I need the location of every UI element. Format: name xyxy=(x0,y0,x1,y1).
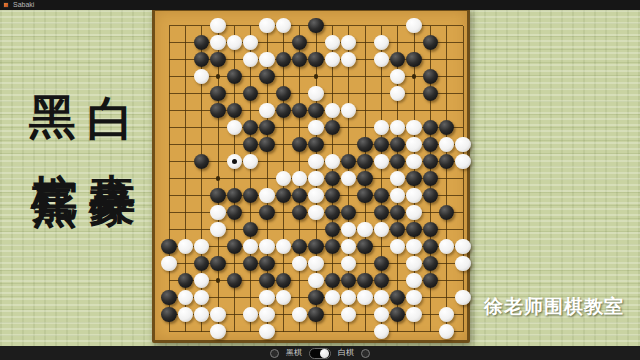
black-stone[interactable] xyxy=(276,103,292,119)
white-stone[interactable] xyxy=(374,290,390,306)
black-stone[interactable] xyxy=(374,137,390,153)
black-stone[interactable] xyxy=(390,137,406,153)
black-stone[interactable] xyxy=(161,290,177,306)
black-stone[interactable] xyxy=(308,239,324,255)
black-stone[interactable] xyxy=(292,137,308,153)
black-stone[interactable] xyxy=(308,52,324,68)
black-stone[interactable] xyxy=(194,154,210,170)
black-stone[interactable] xyxy=(161,239,177,255)
white-stone[interactable] xyxy=(406,290,422,306)
black-stone[interactable] xyxy=(406,52,422,68)
black-stone[interactable] xyxy=(423,154,439,170)
white-stone[interactable] xyxy=(292,307,308,323)
white-stone[interactable] xyxy=(178,239,194,255)
white-stone[interactable] xyxy=(243,35,259,51)
white-stone[interactable] xyxy=(259,290,275,306)
black-stone[interactable] xyxy=(227,205,243,221)
white-stone[interactable] xyxy=(406,154,422,170)
black-stone[interactable] xyxy=(357,171,373,187)
white-player-name: 辜梓豪 xyxy=(81,136,143,148)
watermark-text: 徐老师围棋教室 xyxy=(484,294,624,320)
white-stone[interactable] xyxy=(390,86,406,102)
white-stone[interactable] xyxy=(406,18,422,34)
black-stone[interactable] xyxy=(292,35,308,51)
white-stone[interactable] xyxy=(325,52,341,68)
bottom-toolbar: 黑棋 白棋 xyxy=(0,346,640,360)
black-stone[interactable] xyxy=(210,188,226,204)
white-stone[interactable] xyxy=(406,137,422,153)
black-stone[interactable] xyxy=(341,154,357,170)
white-stone[interactable] xyxy=(325,154,341,170)
black-stone[interactable] xyxy=(423,188,439,204)
black-stone[interactable] xyxy=(423,137,439,153)
last-move-marker-icon xyxy=(232,159,237,164)
white-stone[interactable] xyxy=(308,188,324,204)
app-title: Sabaki xyxy=(13,0,34,10)
next-move-icon[interactable] xyxy=(361,349,370,358)
black-stone[interactable] xyxy=(423,256,439,272)
toggle-knob-icon xyxy=(320,349,329,358)
black-stone[interactable] xyxy=(374,205,390,221)
white-stone[interactable] xyxy=(210,18,226,34)
white-stone[interactable] xyxy=(308,86,324,102)
white-stone[interactable] xyxy=(243,154,259,170)
white-stone[interactable] xyxy=(194,307,210,323)
white-stone[interactable] xyxy=(374,324,390,340)
black-stone[interactable] xyxy=(390,307,406,323)
grid-line-vertical xyxy=(463,26,464,332)
black-stone[interactable] xyxy=(276,273,292,289)
black-stone[interactable] xyxy=(325,171,341,187)
white-stone[interactable] xyxy=(406,256,422,272)
black-stone[interactable] xyxy=(325,273,341,289)
go-board[interactable] xyxy=(152,8,470,343)
black-stone[interactable] xyxy=(390,222,406,238)
black-stone[interactable] xyxy=(357,188,373,204)
white-stone[interactable] xyxy=(227,35,243,51)
white-stone[interactable] xyxy=(308,120,324,136)
white-stone[interactable] xyxy=(194,290,210,306)
white-player-label: 白 xyxy=(80,58,143,62)
white-stone[interactable] xyxy=(390,120,406,136)
white-stone[interactable] xyxy=(390,69,406,85)
white-stone[interactable] xyxy=(439,324,455,340)
black-stone[interactable] xyxy=(390,154,406,170)
black-player-name: 柁嘉熹 xyxy=(23,136,85,148)
black-stone[interactable] xyxy=(374,256,390,272)
white-stone[interactable] xyxy=(194,69,210,85)
white-stone[interactable] xyxy=(455,256,471,272)
white-stone[interactable] xyxy=(357,222,373,238)
black-stone[interactable] xyxy=(243,188,259,204)
white-stone[interactable] xyxy=(439,239,455,255)
black-stone[interactable] xyxy=(210,86,226,102)
black-stone[interactable] xyxy=(423,86,439,102)
black-stone[interactable] xyxy=(325,205,341,221)
white-stone[interactable] xyxy=(308,273,324,289)
black-stone[interactable] xyxy=(390,205,406,221)
hoshi-point xyxy=(216,74,221,79)
black-stone[interactable] xyxy=(374,273,390,289)
white-stone[interactable] xyxy=(374,154,390,170)
black-stone[interactable] xyxy=(243,86,259,102)
white-stone[interactable] xyxy=(406,239,422,255)
white-stone[interactable] xyxy=(455,290,471,306)
white-stone[interactable] xyxy=(210,205,226,221)
white-stone[interactable] xyxy=(406,120,422,136)
black-stone[interactable] xyxy=(423,273,439,289)
white-stone[interactable] xyxy=(390,239,406,255)
white-stone[interactable] xyxy=(210,35,226,51)
app-icon xyxy=(3,2,9,8)
black-stone[interactable] xyxy=(210,256,226,272)
white-stone[interactable] xyxy=(292,256,308,272)
white-stone[interactable] xyxy=(276,18,292,34)
black-stone[interactable] xyxy=(390,52,406,68)
black-stone[interactable] xyxy=(227,103,243,119)
black-stone[interactable] xyxy=(357,273,373,289)
hoshi-point xyxy=(216,278,221,283)
black-stone[interactable] xyxy=(439,154,455,170)
white-stone[interactable] xyxy=(308,256,324,272)
hoshi-point xyxy=(412,74,417,79)
black-stone[interactable] xyxy=(423,171,439,187)
black-stone[interactable] xyxy=(406,171,422,187)
white-stone[interactable] xyxy=(390,171,406,187)
white-stone[interactable] xyxy=(276,290,292,306)
hoshi-point xyxy=(314,74,319,79)
white-stone[interactable] xyxy=(161,256,177,272)
black-stone[interactable] xyxy=(210,103,226,119)
white-stone[interactable] xyxy=(194,273,210,289)
black-stone[interactable] xyxy=(243,222,259,238)
white-stone[interactable] xyxy=(308,154,324,170)
white-stone[interactable] xyxy=(259,18,275,34)
white-stone[interactable] xyxy=(243,52,259,68)
white-stone[interactable] xyxy=(374,222,390,238)
black-stone[interactable] xyxy=(357,154,373,170)
black-stone[interactable] xyxy=(194,52,210,68)
black-stone[interactable] xyxy=(194,256,210,272)
black-stone[interactable] xyxy=(276,86,292,102)
black-stone[interactable] xyxy=(423,120,439,136)
white-stone[interactable] xyxy=(455,154,471,170)
white-stone[interactable] xyxy=(325,35,341,51)
black-stone[interactable] xyxy=(308,18,324,34)
white-stone[interactable] xyxy=(374,120,390,136)
white-stone[interactable] xyxy=(357,290,373,306)
black-stone[interactable] xyxy=(357,239,373,255)
black-stone[interactable] xyxy=(259,120,275,136)
black-stone[interactable] xyxy=(243,137,259,153)
prev-move-icon[interactable] xyxy=(270,349,279,358)
white-stone[interactable] xyxy=(259,239,275,255)
black-stone[interactable] xyxy=(308,290,324,306)
white-stone[interactable] xyxy=(341,239,357,255)
grid-line-vertical xyxy=(446,26,447,332)
white-stone[interactable] xyxy=(325,290,341,306)
black-stone[interactable] xyxy=(390,290,406,306)
black-stone[interactable] xyxy=(276,52,292,68)
white-stone[interactable] xyxy=(455,239,471,255)
white-stone[interactable] xyxy=(406,273,422,289)
hoshi-point xyxy=(216,176,221,181)
black-stone[interactable] xyxy=(357,137,373,153)
black-stone[interactable] xyxy=(374,188,390,204)
black-stone[interactable] xyxy=(325,239,341,255)
white-stone[interactable] xyxy=(259,307,275,323)
black-stone[interactable] xyxy=(341,273,357,289)
black-stone[interactable] xyxy=(243,256,259,272)
turn-toggle[interactable] xyxy=(309,348,331,359)
black-stone[interactable] xyxy=(161,307,177,323)
black-stone[interactable] xyxy=(227,188,243,204)
black-stone[interactable] xyxy=(423,239,439,255)
white-stone[interactable] xyxy=(374,52,390,68)
black-stone[interactable] xyxy=(227,273,243,289)
white-stone[interactable] xyxy=(243,239,259,255)
title-bar[interactable]: Sabaki xyxy=(0,0,640,10)
white-stone[interactable] xyxy=(390,188,406,204)
white-stone[interactable] xyxy=(439,307,455,323)
black-stone[interactable] xyxy=(325,120,341,136)
black-stone[interactable] xyxy=(308,137,324,153)
black-stone[interactable] xyxy=(308,307,324,323)
black-stone[interactable] xyxy=(439,205,455,221)
black-stone[interactable] xyxy=(423,69,439,85)
white-stone[interactable] xyxy=(194,239,210,255)
white-stone[interactable] xyxy=(210,222,226,238)
black-stone[interactable] xyxy=(423,222,439,238)
black-stone[interactable] xyxy=(325,222,341,238)
white-stone[interactable] xyxy=(308,171,324,187)
black-stone[interactable] xyxy=(194,35,210,51)
white-stone[interactable] xyxy=(374,307,390,323)
white-stone[interactable] xyxy=(341,222,357,238)
black-stone[interactable] xyxy=(259,256,275,272)
black-stone[interactable] xyxy=(227,69,243,85)
black-stone[interactable] xyxy=(178,273,194,289)
black-stone[interactable] xyxy=(292,239,308,255)
black-stone[interactable] xyxy=(292,103,308,119)
black-stone[interactable] xyxy=(423,35,439,51)
white-stone[interactable] xyxy=(243,307,259,323)
white-stone[interactable] xyxy=(341,52,357,68)
white-stone[interactable] xyxy=(259,103,275,119)
white-stone[interactable] xyxy=(341,290,357,306)
white-stone[interactable] xyxy=(341,256,357,272)
white-stone[interactable] xyxy=(406,307,422,323)
black-stone[interactable] xyxy=(259,137,275,153)
black-capture-label: 黑棋 xyxy=(286,346,302,360)
black-stone[interactable] xyxy=(439,120,455,136)
white-stone[interactable] xyxy=(210,307,226,323)
black-player-label: 黑 xyxy=(22,58,85,62)
white-stone[interactable] xyxy=(210,324,226,340)
white-stone[interactable] xyxy=(178,290,194,306)
black-stone[interactable] xyxy=(292,205,308,221)
white-stone[interactable] xyxy=(406,205,422,221)
black-stone[interactable] xyxy=(210,52,226,68)
black-stone[interactable] xyxy=(259,69,275,85)
black-stone[interactable] xyxy=(308,103,324,119)
white-stone[interactable] xyxy=(341,103,357,119)
white-stone[interactable] xyxy=(374,35,390,51)
white-stone[interactable] xyxy=(178,307,194,323)
black-stone[interactable] xyxy=(243,120,259,136)
white-stone[interactable] xyxy=(341,171,357,187)
black-stone[interactable] xyxy=(341,205,357,221)
white-stone[interactable] xyxy=(259,324,275,340)
black-stone[interactable] xyxy=(259,273,275,289)
white-stone[interactable] xyxy=(406,188,422,204)
white-stone[interactable] xyxy=(292,171,308,187)
white-stone[interactable] xyxy=(276,239,292,255)
black-stone[interactable] xyxy=(292,188,308,204)
white-stone[interactable] xyxy=(276,171,292,187)
white-stone[interactable] xyxy=(341,35,357,51)
black-stone[interactable] xyxy=(406,222,422,238)
white-stone[interactable] xyxy=(439,137,455,153)
white-stone[interactable] xyxy=(308,205,324,221)
white-capture-label: 白棋 xyxy=(338,346,354,360)
white-stone[interactable] xyxy=(325,103,341,119)
black-stone[interactable] xyxy=(276,188,292,204)
white-stone[interactable] xyxy=(227,120,243,136)
white-stone[interactable] xyxy=(455,137,471,153)
white-stone[interactable] xyxy=(259,52,275,68)
white-stone[interactable] xyxy=(227,154,243,170)
black-stone[interactable] xyxy=(227,239,243,255)
black-stone[interactable] xyxy=(292,52,308,68)
white-stone[interactable] xyxy=(259,188,275,204)
black-stone[interactable] xyxy=(325,188,341,204)
black-stone[interactable] xyxy=(259,205,275,221)
white-stone[interactable] xyxy=(341,307,357,323)
